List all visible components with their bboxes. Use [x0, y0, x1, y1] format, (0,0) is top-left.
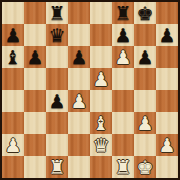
square-b3[interactable] — [24, 112, 46, 134]
black-pawn[interactable]: ♟ — [48, 90, 65, 112]
square-e2[interactable]: ♛ — [90, 134, 112, 156]
white-king[interactable]: ♚ — [136, 156, 153, 178]
square-f3[interactable] — [112, 112, 134, 134]
white-pawn[interactable]: ♟ — [114, 46, 131, 68]
square-d7[interactable] — [68, 24, 90, 46]
square-b5[interactable] — [24, 68, 46, 90]
white-rook[interactable]: ♜ — [48, 156, 65, 178]
square-d2[interactable] — [68, 134, 90, 156]
square-e1[interactable] — [90, 156, 112, 178]
square-b6[interactable]: ♟ — [24, 46, 46, 68]
black-pawn[interactable]: ♟ — [114, 24, 131, 46]
black-bishop[interactable]: ♝ — [4, 46, 21, 68]
square-a7[interactable]: ♟ — [2, 24, 24, 46]
square-d5[interactable] — [68, 68, 90, 90]
square-g2[interactable] — [134, 134, 156, 156]
white-pawn[interactable]: ♟ — [136, 112, 153, 134]
square-b8[interactable] — [24, 2, 46, 24]
black-pawn[interactable]: ♟ — [26, 46, 43, 68]
square-g8[interactable]: ♚ — [134, 2, 156, 24]
square-c1[interactable]: ♜ — [46, 156, 68, 178]
square-d6[interactable]: ♟ — [68, 46, 90, 68]
square-h4[interactable] — [156, 90, 178, 112]
square-f7[interactable]: ♟ — [112, 24, 134, 46]
square-f1[interactable]: ♜ — [112, 156, 134, 178]
square-a3[interactable] — [2, 112, 24, 134]
square-c4[interactable]: ♟ — [46, 90, 68, 112]
square-b7[interactable] — [24, 24, 46, 46]
square-d1[interactable] — [68, 156, 90, 178]
square-h2[interactable]: ♟ — [156, 134, 178, 156]
black-queen[interactable]: ♛ — [48, 24, 65, 46]
black-king[interactable]: ♚ — [136, 2, 153, 24]
square-e3[interactable]: ♝ — [90, 112, 112, 134]
white-rook[interactable]: ♜ — [114, 156, 131, 178]
square-g1[interactable]: ♚ — [134, 156, 156, 178]
black-rook[interactable]: ♜ — [48, 2, 65, 24]
square-d3[interactable] — [68, 112, 90, 134]
square-c7[interactable]: ♛ — [46, 24, 68, 46]
square-b2[interactable] — [24, 134, 46, 156]
square-e8[interactable] — [90, 2, 112, 24]
chess-board: ♜♜♚♟♛♟♟♝♟♟♟♟♟♟♟♝♟♟♛♟♜♜♚ — [2, 2, 178, 178]
black-rook[interactable]: ♜ — [114, 2, 131, 24]
square-c5[interactable] — [46, 68, 68, 90]
square-a6[interactable]: ♝ — [2, 46, 24, 68]
square-c6[interactable] — [46, 46, 68, 68]
square-h7[interactable]: ♟ — [156, 24, 178, 46]
square-a4[interactable] — [2, 90, 24, 112]
square-d8[interactable] — [68, 2, 90, 24]
square-e5[interactable]: ♟ — [90, 68, 112, 90]
square-f5[interactable] — [112, 68, 134, 90]
square-c2[interactable] — [46, 134, 68, 156]
white-pawn[interactable]: ♟ — [92, 68, 109, 90]
square-h8[interactable] — [156, 2, 178, 24]
square-f6[interactable]: ♟ — [112, 46, 134, 68]
square-c8[interactable]: ♜ — [46, 2, 68, 24]
white-bishop[interactable]: ♝ — [92, 112, 109, 134]
square-h1[interactable] — [156, 156, 178, 178]
square-h3[interactable] — [156, 112, 178, 134]
square-d4[interactable]: ♟ — [68, 90, 90, 112]
square-e7[interactable] — [90, 24, 112, 46]
square-e6[interactable] — [90, 46, 112, 68]
square-g3[interactable]: ♟ — [134, 112, 156, 134]
square-b1[interactable] — [24, 156, 46, 178]
white-pawn[interactable]: ♟ — [70, 90, 87, 112]
square-f4[interactable] — [112, 90, 134, 112]
square-g4[interactable] — [134, 90, 156, 112]
square-a8[interactable] — [2, 2, 24, 24]
chess-board-frame: ♜♜♚♟♛♟♟♝♟♟♟♟♟♟♟♝♟♟♛♟♜♜♚ — [0, 0, 180, 180]
square-h5[interactable] — [156, 68, 178, 90]
black-pawn[interactable]: ♟ — [4, 24, 21, 46]
square-e4[interactable] — [90, 90, 112, 112]
square-a2[interactable]: ♟ — [2, 134, 24, 156]
square-g7[interactable] — [134, 24, 156, 46]
square-a1[interactable] — [2, 156, 24, 178]
white-pawn[interactable]: ♟ — [158, 134, 175, 156]
white-pawn[interactable]: ♟ — [4, 134, 21, 156]
black-pawn[interactable]: ♟ — [136, 46, 153, 68]
square-b4[interactable] — [24, 90, 46, 112]
square-a5[interactable] — [2, 68, 24, 90]
square-f2[interactable] — [112, 134, 134, 156]
black-pawn[interactable]: ♟ — [158, 24, 175, 46]
square-f8[interactable]: ♜ — [112, 2, 134, 24]
black-pawn[interactable]: ♟ — [70, 46, 87, 68]
square-h6[interactable] — [156, 46, 178, 68]
white-queen[interactable]: ♛ — [92, 134, 109, 156]
square-c3[interactable] — [46, 112, 68, 134]
square-g5[interactable] — [134, 68, 156, 90]
square-g6[interactable]: ♟ — [134, 46, 156, 68]
